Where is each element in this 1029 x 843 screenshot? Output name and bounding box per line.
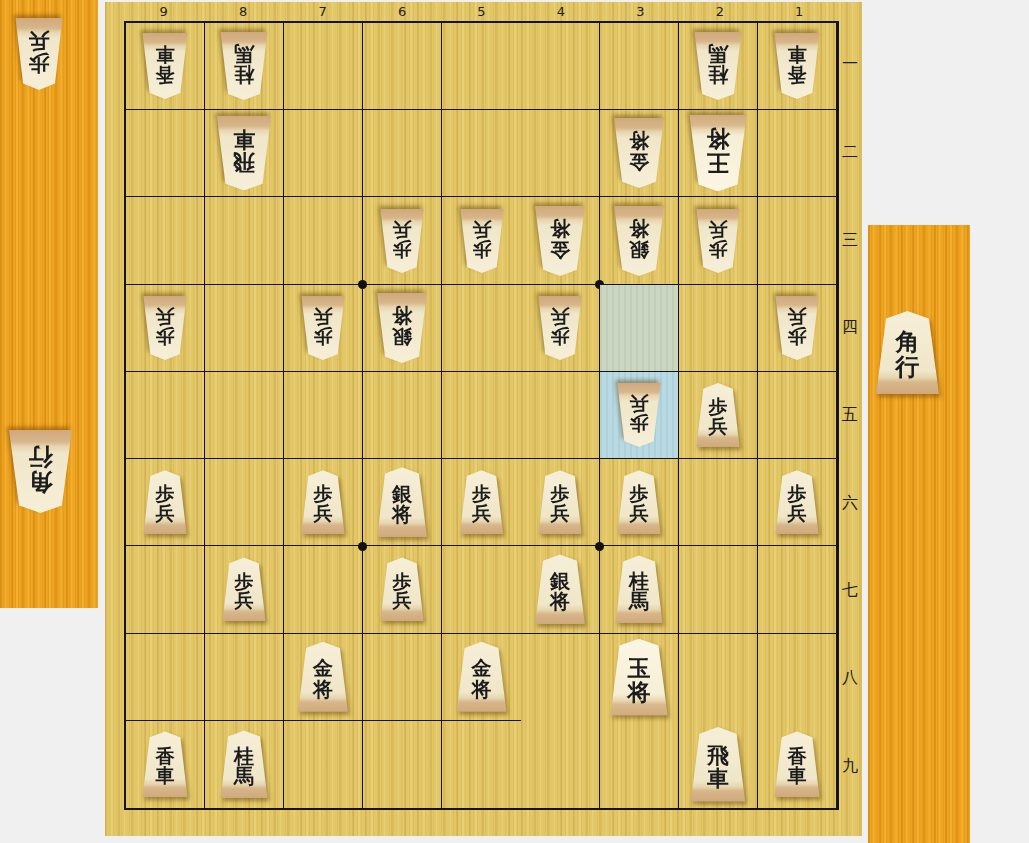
pawn-piece[interactable]: 歩兵 bbox=[537, 470, 583, 534]
board-square[interactable]: 桂馬 bbox=[205, 721, 284, 808]
board-square[interactable]: 歩兵 bbox=[284, 459, 363, 546]
piece-face: 歩兵 bbox=[379, 209, 425, 273]
board-square[interactable] bbox=[679, 634, 758, 721]
piece-face: 王将 bbox=[688, 115, 749, 192]
pawn-piece[interactable]: 歩兵 bbox=[616, 383, 662, 447]
board-square[interactable]: 香車 bbox=[126, 721, 205, 808]
board-square[interactable]: 金将 bbox=[521, 197, 600, 284]
row-label: 二 bbox=[836, 109, 864, 197]
piece-face: 飛車 bbox=[215, 116, 273, 191]
piece-face: 玉将 bbox=[609, 639, 670, 716]
rook-piece[interactable]: 飛車 bbox=[689, 727, 747, 802]
board-square[interactable]: 歩兵 bbox=[205, 546, 284, 633]
pawn-piece[interactable]: 歩兵 bbox=[300, 470, 346, 534]
row-labels: 一二三四五六七八九 bbox=[836, 21, 864, 810]
board-square[interactable] bbox=[284, 110, 363, 197]
pawn-piece[interactable]: 歩兵 bbox=[459, 470, 505, 534]
board-square[interactable] bbox=[363, 634, 442, 721]
board-square[interactable] bbox=[442, 285, 521, 372]
board-square[interactable]: 飛車 bbox=[205, 110, 284, 197]
board-square[interactable] bbox=[284, 197, 363, 284]
bishop-piece[interactable]: 角行 bbox=[7, 430, 74, 513]
board-square[interactable] bbox=[284, 372, 363, 459]
pawn-piece[interactable]: 歩兵 bbox=[695, 383, 741, 447]
board-square[interactable]: 香車 bbox=[758, 23, 837, 110]
knight-piece[interactable]: 桂馬 bbox=[219, 730, 269, 798]
board-square[interactable] bbox=[758, 546, 837, 633]
board-square[interactable]: 銀将 bbox=[600, 197, 679, 284]
piece-face: 桂馬 bbox=[614, 555, 664, 623]
board-square[interactable]: 歩兵 bbox=[521, 459, 600, 546]
pawn-piece[interactable]: 歩兵 bbox=[774, 296, 820, 360]
pawn-piece[interactable]: 歩兵 bbox=[142, 296, 188, 360]
row-label: 一 bbox=[836, 21, 864, 109]
pawn-piece[interactable]: 歩兵 bbox=[221, 557, 267, 621]
board-square[interactable] bbox=[442, 23, 521, 110]
piece-face: 香車 bbox=[773, 731, 821, 797]
board-square[interactable]: 歩兵 bbox=[442, 197, 521, 284]
gold-piece[interactable]: 金将 bbox=[613, 118, 666, 188]
piece-face: 香車 bbox=[141, 33, 189, 99]
piece-face: 桂馬 bbox=[693, 32, 743, 100]
piece-face: 歩兵 bbox=[616, 470, 662, 534]
piece-face: 金将 bbox=[534, 206, 587, 276]
piece-face: 歩兵 bbox=[616, 383, 662, 447]
pawn-piece[interactable]: 歩兵 bbox=[142, 470, 188, 534]
column-label: 9 bbox=[124, 2, 203, 21]
board-square[interactable] bbox=[363, 372, 442, 459]
piece-face: 歩兵 bbox=[379, 557, 425, 621]
row-label: 三 bbox=[836, 196, 864, 284]
row-label: 六 bbox=[836, 459, 864, 547]
board-square[interactable]: 桂馬 bbox=[205, 23, 284, 110]
piece-face: 銀将 bbox=[376, 467, 429, 537]
piece-face: 歩兵 bbox=[695, 383, 741, 447]
row-label: 五 bbox=[836, 372, 864, 460]
board-panel: 987654321 一二三四五六七八九 香車桂馬桂馬香車飛車金将王将歩兵歩兵金将… bbox=[105, 2, 862, 836]
board-square[interactable] bbox=[758, 372, 837, 459]
piece-face: 金将 bbox=[613, 118, 666, 188]
piece-face: 歩兵 bbox=[142, 470, 188, 534]
board-square[interactable]: 歩兵 bbox=[679, 197, 758, 284]
knight-piece[interactable]: 桂馬 bbox=[614, 555, 664, 623]
king-piece[interactable]: 王将 bbox=[688, 115, 749, 192]
piece-face: 歩兵 bbox=[695, 209, 741, 273]
board-square[interactable] bbox=[205, 285, 284, 372]
lance-piece[interactable]: 香車 bbox=[773, 731, 821, 797]
piece-face: 銀将 bbox=[376, 293, 429, 363]
board-square[interactable]: 玉将 bbox=[600, 634, 679, 721]
board-square[interactable] bbox=[126, 197, 205, 284]
piece-face: 桂馬 bbox=[219, 730, 269, 798]
column-label: 6 bbox=[362, 2, 441, 21]
board-square[interactable] bbox=[126, 372, 205, 459]
board-square[interactable]: 歩兵 bbox=[600, 459, 679, 546]
king-piece[interactable]: 玉将 bbox=[609, 639, 670, 716]
column-labels: 987654321 bbox=[124, 2, 839, 21]
board-square[interactable]: 桂馬 bbox=[600, 546, 679, 633]
silver-piece[interactable]: 銀将 bbox=[376, 293, 429, 363]
piece-face: 歩兵 bbox=[774, 470, 820, 534]
piece-face: 銀将 bbox=[534, 554, 587, 624]
board-square[interactable]: 銀将 bbox=[521, 546, 600, 633]
piece-face: 金将 bbox=[297, 642, 350, 712]
column-label: 1 bbox=[760, 2, 839, 21]
board-square[interactable] bbox=[600, 285, 679, 372]
board-square[interactable]: 歩兵 bbox=[758, 285, 837, 372]
board-square[interactable] bbox=[679, 459, 758, 546]
column-label: 3 bbox=[601, 2, 680, 21]
board-square[interactable]: 歩兵 bbox=[126, 285, 205, 372]
piece-face: 歩兵 bbox=[142, 296, 188, 360]
gold-piece[interactable]: 金将 bbox=[297, 642, 350, 712]
column-label: 7 bbox=[283, 2, 362, 21]
board-square[interactable] bbox=[126, 110, 205, 197]
board-square[interactable] bbox=[758, 197, 837, 284]
piece-face: 歩兵 bbox=[774, 296, 820, 360]
board-square[interactable]: 歩兵 bbox=[600, 372, 679, 459]
board-square[interactable]: 桂馬 bbox=[679, 23, 758, 110]
board-square[interactable]: 銀将 bbox=[363, 285, 442, 372]
board-square[interactable] bbox=[284, 721, 363, 808]
board-square[interactable]: 香車 bbox=[126, 23, 205, 110]
piece-face: 金将 bbox=[455, 642, 508, 712]
board-square[interactable] bbox=[521, 634, 600, 721]
board-square[interactable]: 歩兵 bbox=[521, 285, 600, 372]
pawn-piece[interactable]: 歩兵 bbox=[695, 209, 741, 273]
piece-face: 歩兵 bbox=[459, 470, 505, 534]
piece-face: 角行 bbox=[874, 311, 941, 394]
rook-piece[interactable]: 飛車 bbox=[215, 116, 273, 191]
piece-face: 歩兵 bbox=[459, 209, 505, 273]
board-square[interactable]: 香車 bbox=[758, 721, 837, 808]
piece-face: 歩兵 bbox=[300, 470, 346, 534]
board-square[interactable] bbox=[521, 110, 600, 197]
piece-face: 銀将 bbox=[613, 206, 666, 276]
board-square[interactable] bbox=[679, 546, 758, 633]
board-square[interactable]: 金将 bbox=[442, 634, 521, 721]
board-square[interactable]: 歩兵 bbox=[284, 285, 363, 372]
gold-piece[interactable]: 金将 bbox=[534, 206, 587, 276]
board-square[interactable] bbox=[205, 197, 284, 284]
sente-hand-stand: 角行 bbox=[868, 225, 970, 843]
pawn-piece[interactable]: 歩兵 bbox=[774, 470, 820, 534]
lance-piece[interactable]: 香車 bbox=[141, 33, 189, 99]
gote-hand-stand: 歩兵角行 bbox=[0, 0, 98, 608]
silver-piece[interactable]: 銀将 bbox=[534, 554, 587, 624]
pawn-piece[interactable]: 歩兵 bbox=[459, 209, 505, 273]
board-square[interactable] bbox=[521, 721, 600, 808]
gold-piece[interactable]: 金将 bbox=[455, 642, 508, 712]
row-label: 八 bbox=[836, 635, 864, 723]
piece-face: 角行 bbox=[7, 430, 74, 513]
board-square[interactable] bbox=[126, 634, 205, 721]
board-square[interactable] bbox=[284, 23, 363, 110]
board-square[interactable]: 歩兵 bbox=[363, 546, 442, 633]
board-square[interactable] bbox=[600, 721, 679, 808]
lance-piece[interactable]: 香車 bbox=[141, 731, 189, 797]
board-square[interactable]: 歩兵 bbox=[758, 459, 837, 546]
column-label: 5 bbox=[442, 2, 521, 21]
piece-face: 桂馬 bbox=[219, 32, 269, 100]
board-square[interactable] bbox=[442, 546, 521, 633]
board-square[interactable]: 歩兵 bbox=[679, 372, 758, 459]
piece-face: 歩兵 bbox=[537, 470, 583, 534]
column-label: 2 bbox=[680, 2, 759, 21]
knight-piece[interactable]: 桂馬 bbox=[693, 32, 743, 100]
piece-face: 香車 bbox=[773, 33, 821, 99]
piece-face: 飛車 bbox=[689, 727, 747, 802]
board-square[interactable] bbox=[758, 634, 837, 721]
board-square[interactable]: 王将 bbox=[679, 110, 758, 197]
shogi-board: 香車桂馬桂馬香車飛車金将王将歩兵歩兵金将銀将歩兵歩兵歩兵銀将歩兵歩兵歩兵歩兵歩兵… bbox=[124, 21, 839, 810]
board-square[interactable] bbox=[758, 110, 837, 197]
board-square[interactable] bbox=[205, 634, 284, 721]
row-label: 七 bbox=[836, 547, 864, 635]
board-square[interactable] bbox=[521, 23, 600, 110]
piece-face: 香車 bbox=[141, 731, 189, 797]
board-square[interactable]: 歩兵 bbox=[442, 459, 521, 546]
silver-piece[interactable]: 銀将 bbox=[376, 467, 429, 537]
board-square[interactable]: 金将 bbox=[284, 634, 363, 721]
pawn-piece[interactable]: 歩兵 bbox=[616, 470, 662, 534]
pawn-piece[interactable]: 歩兵 bbox=[379, 209, 425, 273]
knight-piece[interactable]: 桂馬 bbox=[219, 32, 269, 100]
column-label: 8 bbox=[203, 2, 282, 21]
board-square[interactable] bbox=[284, 546, 363, 633]
board-square[interactable] bbox=[679, 285, 758, 372]
piece-face: 歩兵 bbox=[14, 18, 64, 90]
board-square[interactable] bbox=[205, 459, 284, 546]
pawn-piece[interactable]: 歩兵 bbox=[379, 557, 425, 621]
piece-face: 歩兵 bbox=[221, 557, 267, 621]
board-square[interactable] bbox=[521, 372, 600, 459]
board-square[interactable] bbox=[442, 372, 521, 459]
board-square[interactable]: 歩兵 bbox=[126, 459, 205, 546]
board-square[interactable] bbox=[600, 23, 679, 110]
pawn-piece[interactable]: 歩兵 bbox=[537, 296, 583, 360]
piece-face: 歩兵 bbox=[300, 296, 346, 360]
pawn-piece[interactable]: 歩兵 bbox=[300, 296, 346, 360]
column-label: 4 bbox=[521, 2, 600, 21]
silver-piece[interactable]: 銀将 bbox=[613, 206, 666, 276]
lance-piece[interactable]: 香車 bbox=[773, 33, 821, 99]
pawn-piece[interactable]: 歩兵 bbox=[14, 18, 64, 90]
board-square[interactable]: 歩兵 bbox=[363, 197, 442, 284]
board-square[interactable]: 金将 bbox=[600, 110, 679, 197]
row-label: 九 bbox=[836, 722, 864, 810]
board-square[interactable] bbox=[126, 546, 205, 633]
board-square[interactable]: 飛車 bbox=[679, 721, 758, 808]
board-square[interactable] bbox=[363, 721, 442, 808]
board-square[interactable] bbox=[442, 110, 521, 197]
piece-face: 歩兵 bbox=[537, 296, 583, 360]
board-square[interactable] bbox=[363, 110, 442, 197]
row-label: 四 bbox=[836, 284, 864, 372]
board-square[interactable] bbox=[363, 23, 442, 110]
board-square[interactable] bbox=[205, 372, 284, 459]
board-square[interactable] bbox=[442, 721, 521, 808]
bishop-piece[interactable]: 角行 bbox=[874, 311, 941, 394]
board-square[interactable]: 銀将 bbox=[363, 459, 442, 546]
